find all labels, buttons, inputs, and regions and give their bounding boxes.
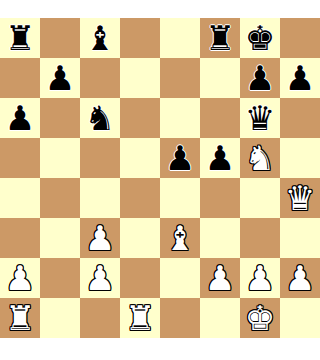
square-h7[interactable]: ♟ <box>280 58 320 98</box>
piece-white-pawn[interactable]: ♟ <box>205 258 235 298</box>
square-f8[interactable]: ♜ <box>200 18 240 58</box>
piece-black-rook[interactable]: ♜ <box>205 18 235 58</box>
piece-white-bishop[interactable]: ♝ <box>165 218 195 258</box>
piece-white-pawn[interactable]: ♟ <box>85 258 115 298</box>
piece-black-bishop[interactable]: ♝ <box>85 18 115 58</box>
square-b5[interactable] <box>40 138 80 178</box>
square-a2[interactable]: ♟ <box>0 258 40 298</box>
square-d1[interactable]: ♜ <box>120 298 160 338</box>
square-h6[interactable] <box>280 98 320 138</box>
piece-black-pawn[interactable]: ♟ <box>45 58 75 98</box>
square-d2[interactable] <box>120 258 160 298</box>
square-c6[interactable]: ♞ <box>80 98 120 138</box>
square-a7[interactable] <box>0 58 40 98</box>
square-g5[interactable]: ♞ <box>240 138 280 178</box>
square-f2[interactable]: ♟ <box>200 258 240 298</box>
chess-board: ♜♝♜♚♟♟♟♟♞♛♟♟♞♛♟♝♟♟♟♟♟♜♜♚ <box>0 18 320 338</box>
square-d7[interactable] <box>120 58 160 98</box>
square-a6[interactable]: ♟ <box>0 98 40 138</box>
square-c1[interactable] <box>80 298 120 338</box>
status-bar: 1. ? <box>0 338 320 360</box>
square-e1[interactable] <box>160 298 200 338</box>
piece-black-knight[interactable]: ♞ <box>85 98 115 138</box>
square-e4[interactable] <box>160 178 200 218</box>
piece-black-pawn[interactable]: ♟ <box>5 98 35 138</box>
square-e5[interactable]: ♟ <box>160 138 200 178</box>
square-b7[interactable]: ♟ <box>40 58 80 98</box>
square-c7[interactable] <box>80 58 120 98</box>
square-a3[interactable] <box>0 218 40 258</box>
piece-black-pawn[interactable]: ♟ <box>205 138 235 178</box>
square-b2[interactable] <box>40 258 80 298</box>
title-bar: ECM.178 <box>0 0 320 18</box>
square-f6[interactable] <box>200 98 240 138</box>
square-g8[interactable]: ♚ <box>240 18 280 58</box>
square-c5[interactable] <box>80 138 120 178</box>
square-g1[interactable]: ♚ <box>240 298 280 338</box>
square-a5[interactable] <box>0 138 40 178</box>
square-b6[interactable] <box>40 98 80 138</box>
square-b4[interactable] <box>40 178 80 218</box>
piece-white-rook[interactable]: ♜ <box>5 298 35 338</box>
piece-white-pawn[interactable]: ♟ <box>85 218 115 258</box>
square-e3[interactable]: ♝ <box>160 218 200 258</box>
square-c8[interactable]: ♝ <box>80 18 120 58</box>
square-g2[interactable]: ♟ <box>240 258 280 298</box>
square-b1[interactable] <box>40 298 80 338</box>
square-g3[interactable] <box>240 218 280 258</box>
square-d6[interactable] <box>120 98 160 138</box>
square-h8[interactable] <box>280 18 320 58</box>
square-g7[interactable]: ♟ <box>240 58 280 98</box>
square-f3[interactable] <box>200 218 240 258</box>
square-a4[interactable] <box>0 178 40 218</box>
square-d8[interactable] <box>120 18 160 58</box>
chess-app: ECM.178 ♜♝♜♚♟♟♟♟♞♛♟♟♞♛♟♝♟♟♟♟♟♜♜♚ 1. ? <box>0 0 320 360</box>
piece-white-rook[interactable]: ♜ <box>125 298 155 338</box>
square-e8[interactable] <box>160 18 200 58</box>
square-d3[interactable] <box>120 218 160 258</box>
square-e6[interactable] <box>160 98 200 138</box>
piece-white-king[interactable]: ♚ <box>245 298 275 338</box>
square-d5[interactable] <box>120 138 160 178</box>
square-d4[interactable] <box>120 178 160 218</box>
piece-black-pawn[interactable]: ♟ <box>245 58 275 98</box>
square-a1[interactable]: ♜ <box>0 298 40 338</box>
square-h1[interactable] <box>280 298 320 338</box>
piece-black-rook[interactable]: ♜ <box>5 18 35 58</box>
square-b3[interactable] <box>40 218 80 258</box>
square-f5[interactable]: ♟ <box>200 138 240 178</box>
square-h3[interactable] <box>280 218 320 258</box>
piece-black-queen[interactable]: ♛ <box>245 98 275 138</box>
square-g6[interactable]: ♛ <box>240 98 280 138</box>
square-e2[interactable] <box>160 258 200 298</box>
piece-black-pawn[interactable]: ♟ <box>165 138 195 178</box>
square-e7[interactable] <box>160 58 200 98</box>
piece-white-knight[interactable]: ♞ <box>245 138 275 178</box>
square-b8[interactable] <box>40 18 80 58</box>
square-h5[interactable] <box>280 138 320 178</box>
piece-white-queen[interactable]: ♛ <box>285 178 315 218</box>
piece-white-pawn[interactable]: ♟ <box>245 258 275 298</box>
piece-black-king[interactable]: ♚ <box>245 18 275 58</box>
square-f1[interactable] <box>200 298 240 338</box>
square-c2[interactable]: ♟ <box>80 258 120 298</box>
square-h2[interactable]: ♟ <box>280 258 320 298</box>
square-c4[interactable] <box>80 178 120 218</box>
square-g4[interactable] <box>240 178 280 218</box>
square-c3[interactable]: ♟ <box>80 218 120 258</box>
square-f7[interactable] <box>200 58 240 98</box>
square-a8[interactable]: ♜ <box>0 18 40 58</box>
piece-black-pawn[interactable]: ♟ <box>285 58 315 98</box>
square-h4[interactable]: ♛ <box>280 178 320 218</box>
piece-white-pawn[interactable]: ♟ <box>5 258 35 298</box>
square-f4[interactable] <box>200 178 240 218</box>
piece-white-pawn[interactable]: ♟ <box>285 258 315 298</box>
